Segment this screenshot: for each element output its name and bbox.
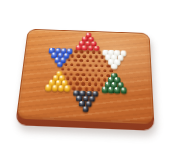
empty-hole[interactable]	[85, 78, 89, 81]
empty-hole[interactable]	[104, 69, 107, 72]
empty-hole[interactable]	[68, 59, 71, 62]
empty-hole[interactable]	[83, 55, 86, 58]
empty-hole[interactable]	[73, 68, 77, 71]
empty-hole[interactable]	[94, 64, 97, 67]
empty-hole[interactable]	[82, 64, 85, 67]
empty-hole[interactable]	[88, 73, 91, 76]
empty-hole[interactable]	[91, 78, 94, 81]
empty-hole[interactable]	[70, 63, 74, 66]
empty-hole[interactable]	[91, 69, 94, 72]
empty-hole[interactable]	[81, 82, 85, 85]
empty-hole[interactable]	[85, 68, 88, 71]
empty-hole[interactable]	[97, 78, 100, 81]
empty-hole[interactable]	[89, 55, 92, 58]
board	[15, 29, 155, 131]
empty-hole[interactable]	[92, 60, 95, 63]
empty-hole[interactable]	[80, 59, 83, 62]
empty-hole[interactable]	[76, 73, 80, 76]
empty-hole[interactable]	[76, 64, 79, 67]
empty-hole[interactable]	[71, 54, 74, 57]
empty-hole[interactable]	[86, 59, 89, 62]
empty-hole[interactable]	[98, 60, 101, 63]
board-cell	[121, 88, 127, 93]
empty-hole[interactable]	[80, 50, 83, 53]
board-surface	[16, 29, 154, 124]
empty-hole[interactable]	[74, 59, 77, 62]
empty-hole[interactable]	[82, 73, 85, 76]
marble-black[interactable]	[82, 105, 89, 112]
scene	[0, 0, 170, 153]
empty-hole[interactable]	[94, 73, 97, 76]
empty-hole[interactable]	[64, 63, 68, 66]
board-cell	[82, 106, 89, 111]
empty-hole[interactable]	[101, 56, 104, 59]
empty-hole[interactable]	[88, 64, 91, 67]
star-grid	[43, 32, 128, 113]
empty-hole[interactable]	[97, 69, 100, 72]
empty-hole[interactable]	[72, 77, 76, 80]
empty-hole[interactable]	[79, 78, 83, 81]
empty-hole[interactable]	[88, 83, 92, 86]
empty-hole[interactable]	[92, 51, 95, 54]
empty-hole[interactable]	[104, 60, 107, 63]
empty-hole[interactable]	[107, 65, 110, 68]
empty-hole[interactable]	[101, 65, 104, 68]
empty-hole[interactable]	[67, 68, 71, 71]
empty-hole[interactable]	[77, 55, 80, 58]
empty-hole[interactable]	[86, 51, 89, 54]
marble-green[interactable]	[120, 87, 127, 94]
empty-hole[interactable]	[74, 50, 77, 53]
empty-hole[interactable]	[70, 73, 74, 76]
empty-hole[interactable]	[75, 82, 79, 85]
empty-hole[interactable]	[79, 68, 82, 71]
empty-hole[interactable]	[100, 74, 103, 77]
empty-hole[interactable]	[94, 83, 97, 86]
empty-hole[interactable]	[95, 55, 98, 58]
empty-hole[interactable]	[98, 51, 101, 54]
